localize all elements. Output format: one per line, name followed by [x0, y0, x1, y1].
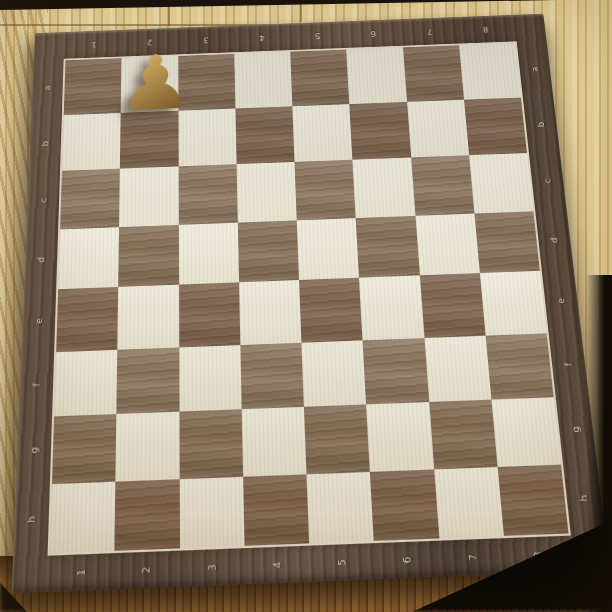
coord-label: 7: [401, 17, 459, 46]
square-b1[interactable]: [62, 112, 121, 170]
coord-label: 4: [233, 23, 290, 52]
square-c7[interactable]: [411, 155, 474, 215]
square-a1[interactable]: [64, 58, 122, 114]
square-e8[interactable]: [480, 271, 547, 335]
square-a2[interactable]: ♟: [121, 56, 178, 112]
square-f5[interactable]: [301, 340, 366, 407]
square-d1[interactable]: [58, 227, 119, 290]
square-f4[interactable]: [240, 342, 304, 409]
board-grid: ♟: [48, 41, 571, 555]
square-c3[interactable]: [178, 164, 237, 224]
square-f3[interactable]: [179, 345, 242, 412]
square-f1[interactable]: [54, 349, 117, 416]
square-c4[interactable]: [236, 162, 296, 222]
square-a8[interactable]: [459, 43, 521, 99]
square-d8[interactable]: [474, 211, 540, 273]
square-c1[interactable]: [60, 169, 120, 229]
square-e7[interactable]: [419, 273, 485, 337]
square-f2[interactable]: [117, 347, 179, 414]
square-d3[interactable]: [178, 222, 238, 284]
square-d5[interactable]: [297, 218, 360, 280]
square-d2[interactable]: [118, 224, 178, 286]
square-g3[interactable]: [179, 409, 243, 478]
square-g5[interactable]: [304, 404, 370, 473]
square-b4[interactable]: [235, 106, 294, 164]
coord-label: 6: [345, 19, 403, 48]
chess-board: 12345678 12345678 abcdefgh abcdefgh ♟: [12, 14, 610, 594]
square-c8[interactable]: [469, 153, 533, 213]
square-h5[interactable]: [306, 471, 374, 543]
square-b7[interactable]: [407, 99, 469, 157]
square-f7[interactable]: [424, 335, 491, 402]
square-h7[interactable]: [434, 466, 504, 538]
square-a4[interactable]: [234, 52, 292, 108]
square-c5[interactable]: [294, 160, 355, 220]
coord-label: 5: [289, 21, 346, 50]
square-e5[interactable]: [299, 278, 363, 343]
coord-label: 1: [66, 30, 123, 59]
square-e1[interactable]: [56, 287, 118, 352]
square-h6[interactable]: [370, 469, 439, 541]
square-e6[interactable]: [359, 275, 424, 340]
square-c6[interactable]: [353, 157, 415, 217]
square-g2[interactable]: [116, 412, 180, 482]
square-f6[interactable]: [363, 338, 429, 405]
square-d6[interactable]: [356, 215, 420, 277]
square-h8[interactable]: [497, 464, 568, 536]
square-a6[interactable]: [346, 47, 406, 103]
square-e3[interactable]: [179, 282, 241, 347]
square-g6[interactable]: [366, 402, 433, 471]
square-b8[interactable]: [464, 97, 527, 155]
square-e4[interactable]: [239, 280, 302, 345]
square-a7[interactable]: [403, 45, 464, 101]
square-d7[interactable]: [415, 213, 480, 275]
square-a5[interactable]: [290, 50, 349, 106]
square-f8[interactable]: [485, 333, 553, 400]
table-surface: 12345678 12345678 abcdefgh abcdefgh ♟: [0, 0, 612, 612]
square-e2[interactable]: [117, 285, 178, 350]
square-h4[interactable]: [243, 474, 309, 546]
square-h2[interactable]: [115, 479, 180, 551]
square-b6[interactable]: [349, 102, 410, 160]
square-g8[interactable]: [491, 397, 561, 466]
square-g4[interactable]: [241, 407, 306, 476]
coord-label: 8: [456, 15, 515, 44]
square-h3[interactable]: [179, 476, 244, 548]
square-b5[interactable]: [292, 104, 352, 162]
square-h1[interactable]: [50, 481, 116, 553]
square-c2[interactable]: [119, 166, 178, 226]
white-pawn[interactable]: ♟: [118, 48, 193, 120]
square-d4[interactable]: [238, 220, 299, 282]
square-g1[interactable]: [52, 414, 117, 484]
square-g7[interactable]: [429, 400, 498, 469]
